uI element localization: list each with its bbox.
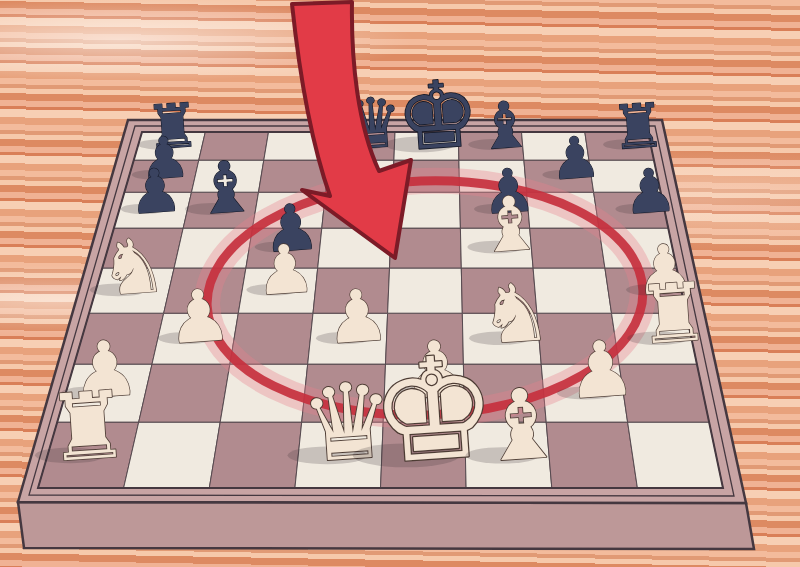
white-rook-h3[interactable]: ♜ bbox=[634, 265, 712, 363]
black-pawn-g7[interactable]: ♟ bbox=[547, 123, 602, 192]
black-pawn-a6[interactable]: ♟ bbox=[126, 154, 184, 228]
white-pawn-b3[interactable]: ♟ bbox=[164, 272, 234, 360]
square-b1[interactable] bbox=[124, 422, 221, 488]
square-e4[interactable] bbox=[388, 268, 463, 313]
black-bishop-b6[interactable]: ♝ bbox=[191, 145, 260, 231]
black-pawn-h6[interactable]: ♟ bbox=[621, 154, 679, 228]
square-h1[interactable] bbox=[628, 422, 723, 488]
white-pawn-g2[interactable]: ♟ bbox=[564, 323, 639, 417]
white-knight-a4[interactable]: ♞ bbox=[96, 221, 169, 313]
white-pawn-c4[interactable]: ♟ bbox=[252, 229, 318, 311]
white-bishop-f1[interactable]: ♝ bbox=[474, 366, 568, 485]
illustration: ♜♛♚♝♜♟♟♟♝♟♟♟♟♝♞♟♟♟♟♞♜♟♟♟♜♛♚♝ bbox=[0, 0, 800, 567]
white-rook-a1[interactable]: ♜ bbox=[43, 371, 133, 483]
black-bishop-f8[interactable]: ♝ bbox=[474, 87, 536, 165]
black-king-e8[interactable]: ♚ bbox=[393, 59, 483, 173]
chess-scene: ♜♛♚♝♜♟♟♟♝♟♟♟♟♝♞♟♟♟♟♞♜♟♟♟♜♛♚♝ bbox=[0, 0, 800, 567]
white-bishop-f5[interactable]: ♝ bbox=[474, 179, 547, 270]
board-frame-front-face bbox=[18, 502, 754, 549]
black-rook-h8[interactable]: ♜ bbox=[608, 90, 667, 164]
square-b2[interactable] bbox=[139, 364, 230, 422]
